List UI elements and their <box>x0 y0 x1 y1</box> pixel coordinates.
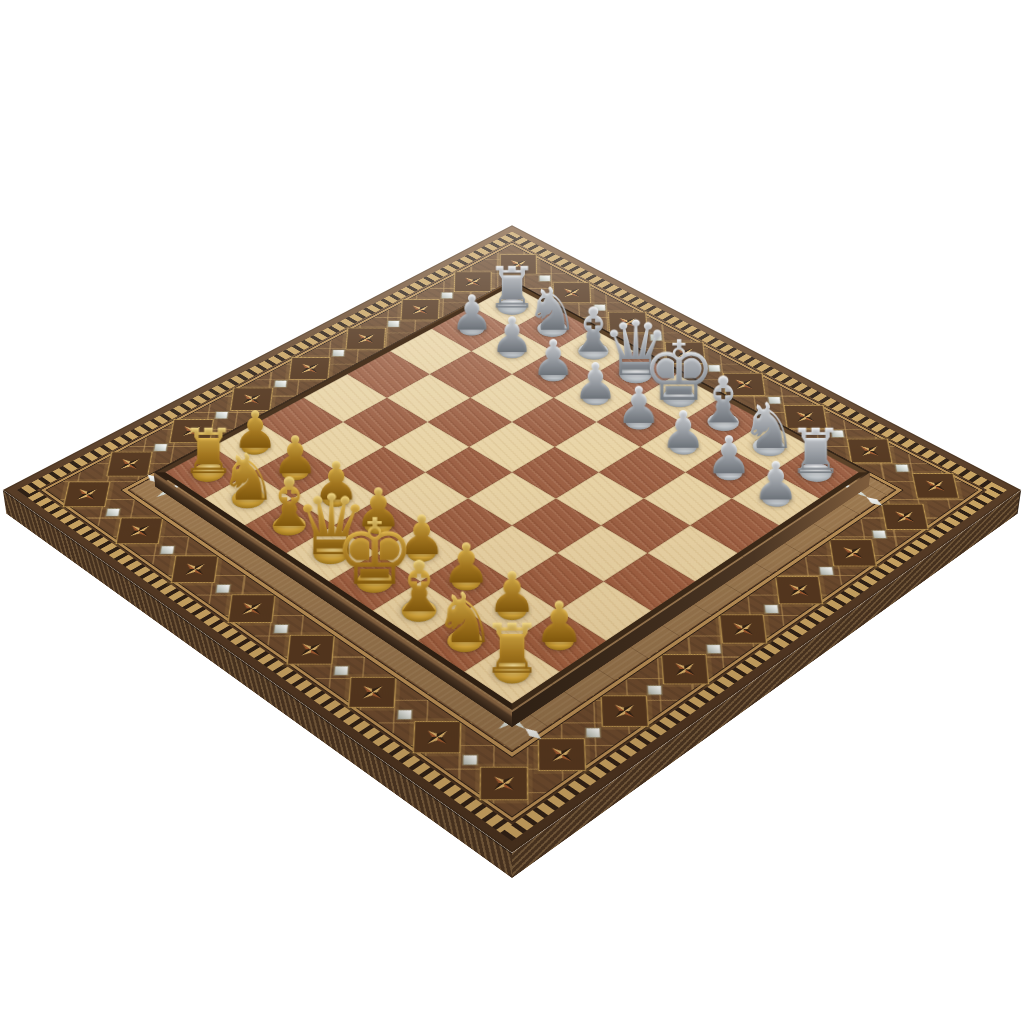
mosaic-star <box>294 359 326 377</box>
mosaic-diamond <box>537 739 585 772</box>
mosaic-diamond <box>401 299 440 320</box>
mosaic-diamond <box>608 312 648 333</box>
mosaic-diamond <box>881 504 929 530</box>
mosaic-diamond <box>230 388 273 411</box>
mosaic-diamond <box>719 614 767 643</box>
pearl-inlay <box>159 545 175 554</box>
mosaic-star <box>235 390 267 409</box>
mosaic-star <box>503 256 533 272</box>
mosaic-star <box>669 344 701 362</box>
mosaic-diamond <box>829 539 877 566</box>
pearl-inlay <box>763 605 779 614</box>
mosaic-diamond <box>912 473 959 498</box>
mosaic-diamond <box>661 654 709 684</box>
pearl-inlay <box>215 584 231 593</box>
mosaic-star <box>606 699 644 724</box>
mosaic-diamond <box>600 696 648 727</box>
mosaic-diamond <box>287 635 335 665</box>
pearl-inlay <box>585 727 601 738</box>
pearl-inlay <box>331 350 345 357</box>
mosaic-star <box>542 742 581 768</box>
mosaic-diamond <box>412 721 460 753</box>
mosaic-star <box>612 314 643 331</box>
pearl-inlay <box>706 644 722 654</box>
pearl-inlay <box>593 304 606 311</box>
mosaic-diamond <box>454 272 492 292</box>
mosaic-diamond <box>227 594 275 622</box>
pearl-inlay <box>647 685 663 695</box>
mosaic-star <box>888 506 922 527</box>
pearl-shard-inlay <box>864 495 885 507</box>
mosaic-diamond <box>348 677 396 708</box>
pearl-inlay <box>818 567 834 576</box>
scene: ♜♞♝♛♚♝♞♜♟♟♟♟♟♟♟♟♟♟♟♟♟♟♟♟♜♞♝♛♚♝♞♜ <box>0 0 1024 1024</box>
mosaic-star <box>418 724 456 750</box>
pearl-inlay <box>707 365 721 372</box>
mosaic-star <box>458 274 488 290</box>
pearl-inlay <box>274 380 288 388</box>
mosaic-star <box>557 285 588 302</box>
mosaic-star <box>781 579 817 602</box>
mosaic-star <box>405 301 436 318</box>
mosaic-diamond <box>63 482 111 507</box>
mosaic-star <box>835 542 870 564</box>
mosaic-diamond <box>479 767 528 800</box>
mosaic-star <box>177 558 212 580</box>
mosaic-star <box>350 330 381 347</box>
mosaic-diamond <box>116 518 164 544</box>
mosaic-star <box>70 484 104 505</box>
pearl-inlay <box>462 754 478 765</box>
pearl-shard-inlay <box>522 726 545 742</box>
mosaic-diamond <box>723 373 766 396</box>
mosaic-diamond <box>664 342 705 364</box>
mosaic-diamond <box>553 283 591 303</box>
mosaic-star <box>122 520 157 541</box>
board-stage: ♜♞♝♛♚♝♞♜♟♟♟♟♟♟♟♟♟♟♟♟♟♟♟♟♜♞♝♛♚♝♞♜ <box>3 225 1021 853</box>
mosaic-star <box>725 617 761 640</box>
pearl-inlay <box>871 530 887 539</box>
pearl-inlay <box>105 508 121 517</box>
pearl-inlay <box>387 320 400 327</box>
mosaic-star <box>113 454 146 474</box>
pearl-inlay <box>333 666 349 676</box>
mosaic-diamond <box>346 328 386 349</box>
mosaic-star <box>234 597 270 620</box>
mosaic-star <box>293 638 330 662</box>
mosaic-diamond <box>775 576 823 604</box>
mosaic-diamond <box>171 555 219 582</box>
pearl-inlay <box>649 334 662 341</box>
mosaic-star <box>484 770 523 797</box>
pearl-inlay <box>441 292 454 299</box>
pearl-inlay <box>894 464 910 472</box>
mosaic-star <box>728 375 760 393</box>
mosaic-diamond <box>500 254 537 274</box>
mosaic-diamond <box>289 357 331 379</box>
mosaic-star <box>354 680 391 705</box>
pearl-inlay <box>539 275 552 282</box>
mosaic-star <box>666 657 703 681</box>
pearl-inlay <box>273 624 289 634</box>
mosaic-star <box>918 476 952 496</box>
pearl-inlay <box>396 709 412 719</box>
pearl-inlay <box>767 397 781 405</box>
